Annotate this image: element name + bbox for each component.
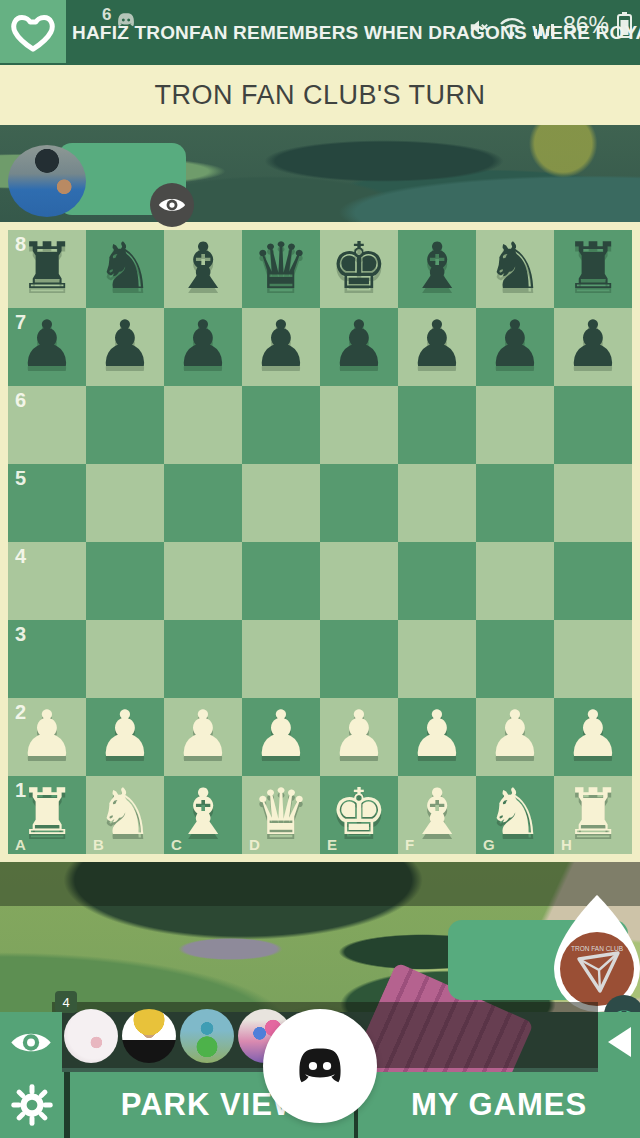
gear-icon	[9, 1082, 55, 1128]
piece-white-knight: ♞	[96, 773, 153, 851]
square-a5[interactable]: 5	[8, 464, 86, 542]
piece-white-pawn: ♟	[18, 695, 75, 773]
rank-label: 4	[15, 545, 26, 568]
square-f8[interactable]: ♝	[398, 230, 476, 308]
piece-black-pawn: ♟	[174, 305, 231, 383]
unread-count-badge: 4	[55, 991, 77, 1013]
photo-overlay-band	[0, 862, 640, 906]
square-a6[interactable]: 6	[8, 386, 86, 464]
square-f3[interactable]	[398, 620, 476, 698]
piece-white-pawn: ♟	[564, 695, 621, 773]
piece-white-pawn: ♟	[252, 695, 309, 773]
piece-black-queen: ♛	[252, 227, 309, 305]
piece-black-pawn: ♟	[96, 305, 153, 383]
friend-avatar-cartoon[interactable]	[122, 1009, 176, 1063]
piece-white-rook: ♜	[18, 773, 75, 851]
square-e3[interactable]	[320, 620, 398, 698]
piece-white-pawn: ♟	[408, 695, 465, 773]
piece-black-pawn: ♟	[18, 305, 75, 383]
turn-banner-text: TRON FAN CLUB'S TURN	[154, 80, 485, 111]
square-h8[interactable]: ♜	[554, 230, 632, 308]
square-f2[interactable]: ♟	[398, 698, 476, 776]
piece-white-pawn: ♟	[330, 695, 387, 773]
square-d1[interactable]: D♛	[242, 776, 320, 854]
square-a4[interactable]: 4	[8, 542, 86, 620]
square-g7[interactable]: ♟	[476, 308, 554, 386]
square-a1[interactable]: 1A♜	[8, 776, 86, 854]
square-b3[interactable]	[86, 620, 164, 698]
square-d8[interactable]: ♛	[242, 230, 320, 308]
discord-logo-icon	[294, 1046, 346, 1086]
square-h5[interactable]	[554, 464, 632, 542]
square-g3[interactable]	[476, 620, 554, 698]
ticker-text: HAFIZ TRONFAN REMEMBERS WHEN DRAGONS WER…	[72, 22, 640, 44]
piece-black-bishop: ♝	[174, 227, 231, 305]
piece-black-rook: ♜	[18, 227, 75, 305]
rank-label: 5	[15, 467, 26, 490]
square-d6[interactable]	[242, 386, 320, 464]
square-f1[interactable]: F♝	[398, 776, 476, 854]
my-games-button[interactable]: MY GAMES	[358, 1072, 640, 1138]
square-e1[interactable]: E♚	[320, 776, 398, 854]
square-e2[interactable]: ♟	[320, 698, 398, 776]
collapse-arrow-button[interactable]	[598, 1012, 640, 1072]
square-a3[interactable]: 3	[8, 620, 86, 698]
square-b7[interactable]: ♟	[86, 308, 164, 386]
left-arrow-icon	[608, 1027, 631, 1057]
piece-black-king: ♚	[330, 227, 387, 305]
piece-black-pawn: ♟	[252, 305, 309, 383]
opponent-eye-badge[interactable]	[150, 183, 194, 227]
square-g1[interactable]: G♞	[476, 776, 554, 854]
square-g5[interactable]	[476, 464, 554, 542]
square-d4[interactable]	[242, 542, 320, 620]
piece-white-queen: ♛	[252, 773, 309, 851]
app-screen: 44 6 HAFIZ TRONFAN REMEMBERS WHEN DRAGON…	[0, 0, 640, 1138]
piece-white-knight: ♞	[486, 773, 543, 851]
square-e8[interactable]: ♚	[320, 230, 398, 308]
piece-white-pawn: ♟	[96, 695, 153, 773]
square-g2[interactable]: ♟	[476, 698, 554, 776]
square-d3[interactable]	[242, 620, 320, 698]
square-c7[interactable]: ♟	[164, 308, 242, 386]
piece-black-pawn: ♟	[486, 305, 543, 383]
square-e7[interactable]: ♟	[320, 308, 398, 386]
square-h6[interactable]	[554, 386, 632, 464]
chess-board: 8♜♞♝♛♚♝♞♜7♟♟♟♟♟♟♟♟65432♟♟♟♟♟♟♟♟1A♜B♞C♝D♛…	[8, 230, 632, 854]
piece-white-bishop: ♝	[408, 773, 465, 851]
eye-toggle-button[interactable]	[0, 1012, 62, 1072]
piece-white-king: ♚	[330, 773, 387, 851]
square-b8[interactable]: ♞	[86, 230, 164, 308]
square-g6[interactable]	[476, 386, 554, 464]
square-h4[interactable]	[554, 542, 632, 620]
square-f5[interactable]	[398, 464, 476, 542]
rank-label: 6	[15, 389, 26, 412]
piece-black-pawn: ♟	[408, 305, 465, 383]
square-d5[interactable]	[242, 464, 320, 542]
badge-label-text: TRON FAN CLUB	[571, 945, 623, 952]
piece-white-rook: ♜	[564, 773, 621, 851]
square-a7[interactable]: 7♟	[8, 308, 86, 386]
square-g8[interactable]: ♞	[476, 230, 554, 308]
square-b5[interactable]	[86, 464, 164, 542]
square-h1[interactable]: H♜	[554, 776, 632, 854]
piece-black-knight: ♞	[486, 227, 543, 305]
square-e5[interactable]	[320, 464, 398, 542]
square-c6[interactable]	[164, 386, 242, 464]
status-bar: 44 6 HAFIZ TRONFAN REMEMBERS WHEN DRAGON…	[0, 0, 640, 65]
discord-button[interactable]	[263, 1009, 377, 1123]
square-c1[interactable]: C♝	[164, 776, 242, 854]
square-h7[interactable]: ♟	[554, 308, 632, 386]
square-f7[interactable]: ♟	[398, 308, 476, 386]
square-g4[interactable]	[476, 542, 554, 620]
board-frame: 8♜♞♝♛♚♝♞♜7♟♟♟♟♟♟♟♟65432♟♟♟♟♟♟♟♟1A♜B♞C♝D♛…	[0, 222, 640, 862]
square-d2[interactable]: ♟	[242, 698, 320, 776]
square-h2[interactable]: ♟	[554, 698, 632, 776]
eye-icon	[10, 1029, 52, 1056]
square-b4[interactable]	[86, 542, 164, 620]
square-e6[interactable]	[320, 386, 398, 464]
piece-white-bishop: ♝	[174, 773, 231, 851]
piece-black-bishop: ♝	[408, 227, 465, 305]
piece-white-pawn: ♟	[486, 695, 543, 773]
settings-button[interactable]	[0, 1072, 64, 1138]
square-c3[interactable]	[164, 620, 242, 698]
rank-label: 3	[15, 623, 26, 646]
piece-black-rook: ♜	[564, 227, 621, 305]
favorite-button[interactable]	[0, 0, 66, 63]
piece-black-pawn: ♟	[564, 305, 621, 383]
square-e4[interactable]	[320, 542, 398, 620]
friend-avatar-cat[interactable]	[64, 1009, 118, 1063]
square-a8[interactable]: 8♜	[8, 230, 86, 308]
turn-banner: TRON FAN CLUB'S TURN	[0, 65, 640, 125]
square-b2[interactable]: ♟	[86, 698, 164, 776]
square-h3[interactable]	[554, 620, 632, 698]
square-b1[interactable]: B♞	[86, 776, 164, 854]
friend-avatar-rider[interactable]	[180, 1009, 234, 1063]
square-b6[interactable]	[86, 386, 164, 464]
piece-black-knight: ♞	[96, 227, 153, 305]
piece-black-pawn: ♟	[330, 305, 387, 383]
square-c2[interactable]: ♟	[164, 698, 242, 776]
square-a2[interactable]: 2♟	[8, 698, 86, 776]
square-f4[interactable]	[398, 542, 476, 620]
square-d7[interactable]: ♟	[242, 308, 320, 386]
square-c4[interactable]	[164, 542, 242, 620]
square-c5[interactable]	[164, 464, 242, 542]
eye-icon	[158, 196, 186, 214]
square-c8[interactable]: ♝	[164, 230, 242, 308]
piece-white-pawn: ♟	[174, 695, 231, 773]
opponent-avatar[interactable]	[8, 145, 86, 217]
my-games-label: MY GAMES	[411, 1087, 587, 1123]
square-f6[interactable]	[398, 386, 476, 464]
heart-icon	[10, 11, 56, 53]
